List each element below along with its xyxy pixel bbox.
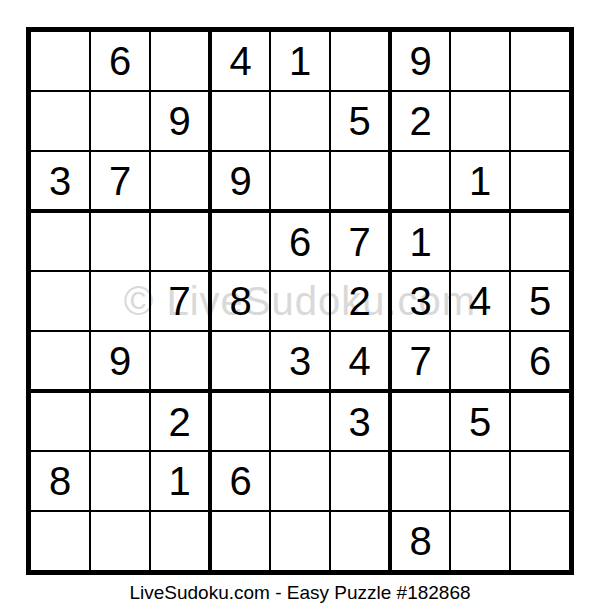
- cell-r5c5[interactable]: [270, 271, 330, 331]
- sudoku-grid: 64199523791671782345934762358168: [30, 31, 570, 571]
- cell-r7c1[interactable]: [30, 391, 90, 451]
- cell-r9c1[interactable]: [30, 511, 90, 571]
- cell-r9c7[interactable]: 8: [390, 511, 450, 571]
- sudoku-page: © LiveSudoku.com 64199523791671782345934…: [0, 0, 600, 615]
- cell-r6c9[interactable]: 6: [510, 331, 570, 391]
- cell-r4c1[interactable]: [30, 211, 90, 271]
- cell-r3c5[interactable]: [270, 151, 330, 211]
- cell-r4c6[interactable]: 7: [330, 211, 390, 271]
- cell-r3c2[interactable]: 7: [90, 151, 150, 211]
- cell-r4c2[interactable]: [90, 211, 150, 271]
- cell-r7c9[interactable]: [510, 391, 570, 451]
- cell-r6c7[interactable]: 7: [390, 331, 450, 391]
- cell-r5c3[interactable]: 7: [150, 271, 210, 331]
- cell-r2c8[interactable]: [450, 91, 510, 151]
- cell-r2c5[interactable]: [270, 91, 330, 151]
- cell-r3c6[interactable]: [330, 151, 390, 211]
- cell-r9c6[interactable]: [330, 511, 390, 571]
- cell-r8c4[interactable]: 6: [210, 451, 270, 511]
- cell-r3c1[interactable]: 3: [30, 151, 90, 211]
- cell-r8c5[interactable]: [270, 451, 330, 511]
- cell-r2c7[interactable]: 2: [390, 91, 450, 151]
- cell-r9c2[interactable]: [90, 511, 150, 571]
- cell-r2c6[interactable]: 5: [330, 91, 390, 151]
- cell-r8c2[interactable]: [90, 451, 150, 511]
- cell-r5c4[interactable]: 8: [210, 271, 270, 331]
- cell-r4c7[interactable]: 1: [390, 211, 450, 271]
- cell-r1c9[interactable]: [510, 31, 570, 91]
- cell-r6c1[interactable]: [30, 331, 90, 391]
- puzzle-caption: LiveSudoku.com - Easy Puzzle #182868: [0, 582, 600, 604]
- cell-r7c8[interactable]: 5: [450, 391, 510, 451]
- cell-r1c7[interactable]: 9: [390, 31, 450, 91]
- cell-r1c5[interactable]: 1: [270, 31, 330, 91]
- cell-r9c9[interactable]: [510, 511, 570, 571]
- cell-r6c6[interactable]: 4: [330, 331, 390, 391]
- cell-r4c5[interactable]: 6: [270, 211, 330, 271]
- cell-r5c2[interactable]: [90, 271, 150, 331]
- cell-r5c6[interactable]: 2: [330, 271, 390, 331]
- cell-r2c9[interactable]: [510, 91, 570, 151]
- cell-r2c3[interactable]: 9: [150, 91, 210, 151]
- cell-r7c7[interactable]: [390, 391, 450, 451]
- cell-r4c4[interactable]: [210, 211, 270, 271]
- cell-r7c6[interactable]: 3: [330, 391, 390, 451]
- cell-r2c1[interactable]: [30, 91, 90, 151]
- cell-r9c8[interactable]: [450, 511, 510, 571]
- cell-r5c8[interactable]: 4: [450, 271, 510, 331]
- cell-r3c7[interactable]: [390, 151, 450, 211]
- cell-r7c4[interactable]: [210, 391, 270, 451]
- cell-r7c3[interactable]: 2: [150, 391, 210, 451]
- cell-r3c9[interactable]: [510, 151, 570, 211]
- cell-r6c2[interactable]: 9: [90, 331, 150, 391]
- cell-r6c3[interactable]: [150, 331, 210, 391]
- cell-r6c4[interactable]: [210, 331, 270, 391]
- cell-r1c8[interactable]: [450, 31, 510, 91]
- cell-r2c4[interactable]: [210, 91, 270, 151]
- cell-r9c5[interactable]: [270, 511, 330, 571]
- sudoku-board: © LiveSudoku.com 64199523791671782345934…: [26, 27, 574, 575]
- cell-r8c7[interactable]: [390, 451, 450, 511]
- cell-r8c8[interactable]: [450, 451, 510, 511]
- cell-r4c8[interactable]: [450, 211, 510, 271]
- cell-r7c2[interactable]: [90, 391, 150, 451]
- cell-r1c2[interactable]: 6: [90, 31, 150, 91]
- cell-r2c2[interactable]: [90, 91, 150, 151]
- cell-r8c1[interactable]: 8: [30, 451, 90, 511]
- cell-r3c3[interactable]: [150, 151, 210, 211]
- cell-r3c4[interactable]: 9: [210, 151, 270, 211]
- cell-r8c6[interactable]: [330, 451, 390, 511]
- cell-r1c6[interactable]: [330, 31, 390, 91]
- cell-r5c7[interactable]: 3: [390, 271, 450, 331]
- cell-r5c1[interactable]: [30, 271, 90, 331]
- cell-r8c3[interactable]: 1: [150, 451, 210, 511]
- cell-r1c3[interactable]: [150, 31, 210, 91]
- cell-r4c9[interactable]: [510, 211, 570, 271]
- cell-r4c3[interactable]: [150, 211, 210, 271]
- cell-r6c5[interactable]: 3: [270, 331, 330, 391]
- cell-r1c4[interactable]: 4: [210, 31, 270, 91]
- cell-r6c8[interactable]: [450, 331, 510, 391]
- cell-r9c4[interactable]: [210, 511, 270, 571]
- cell-r1c1[interactable]: [30, 31, 90, 91]
- cell-r5c9[interactable]: 5: [510, 271, 570, 331]
- cell-r8c9[interactable]: [510, 451, 570, 511]
- cell-r7c5[interactable]: [270, 391, 330, 451]
- cell-r9c3[interactable]: [150, 511, 210, 571]
- cell-r3c8[interactable]: 1: [450, 151, 510, 211]
